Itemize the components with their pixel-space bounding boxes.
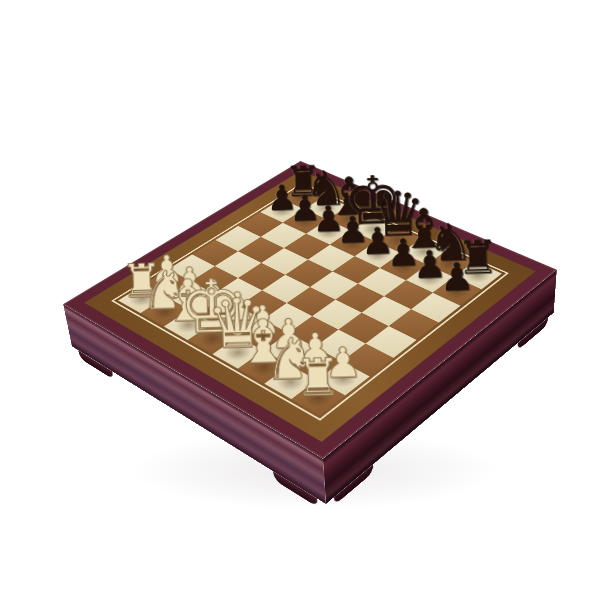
camera-tilt: ♜♞♝♚♛♝♞♜♟♟♟♟♟♟♟♟♟♟♟♟♟♟♟♟♜♞♝♚♛♝♞♜ — [0, 0, 600, 600]
photo-canvas: ♜♞♝♚♛♝♞♜♟♟♟♟♟♟♟♟♟♟♟♟♟♟♟♟♜♞♝♚♛♝♞♜ — [0, 0, 600, 600]
box-foot — [273, 471, 318, 507]
square-a1: ♜ — [292, 380, 346, 415]
white-rook-glyph: ♜ — [279, 351, 356, 404]
box-foot — [78, 350, 114, 380]
box-top-face: ♜♞♝♚♛♝♞♜♟♟♟♟♟♟♟♟♟♟♟♟♟♟♟♟♜♞♝♚♛♝♞♜ — [63, 161, 557, 459]
board-walnut-margin: ♜♞♝♚♛♝♞♜♟♟♟♟♟♟♟♟♟♟♟♟♟♟♟♟♜♞♝♚♛♝♞♜ — [84, 170, 535, 441]
scene: ♜♞♝♚♛♝♞♜♟♟♟♟♟♟♟♟♟♟♟♟♟♟♟♟♜♞♝♚♛♝♞♜ — [0, 0, 600, 600]
box-foot — [334, 464, 374, 506]
box-foot — [517, 317, 548, 351]
